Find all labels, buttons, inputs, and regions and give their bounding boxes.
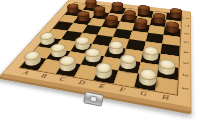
rank-label-6: 6 (180, 29, 190, 39)
white-piece-f2 (119, 60, 137, 72)
dark-piece-d8 (110, 7, 123, 13)
dark-piece-d6 (104, 20, 119, 28)
checkers-set-photo: ABCDEFGH 12345678 (0, 0, 200, 122)
rank-label-2: 2 (178, 68, 191, 83)
dark-piece-b6 (76, 16, 91, 23)
rank-label-4: 4 (179, 46, 190, 58)
rank-label-1: 1 (177, 80, 190, 97)
dark-piece-g7 (152, 18, 165, 25)
white-piece-g3 (142, 52, 159, 63)
square-h1 (155, 77, 178, 95)
square-e5 (113, 29, 132, 39)
rank-label-8: 8 (181, 14, 190, 22)
rank-label-3: 3 (178, 56, 190, 69)
white-piece-c1 (57, 62, 78, 74)
white-piece-e1 (94, 69, 114, 82)
white-piece-h2 (157, 65, 174, 78)
rank-label-7: 7 (181, 21, 191, 30)
dark-piece-f6 (133, 24, 147, 32)
dark-piece-h6 (164, 27, 178, 35)
square-h4 (161, 44, 180, 56)
square-f1 (113, 71, 137, 88)
play-area (20, 3, 182, 95)
checkers-board: ABCDEFGH 12345678 (2, 0, 192, 108)
rank-label-5: 5 (180, 37, 191, 48)
dark-piece-f8 (137, 10, 150, 17)
